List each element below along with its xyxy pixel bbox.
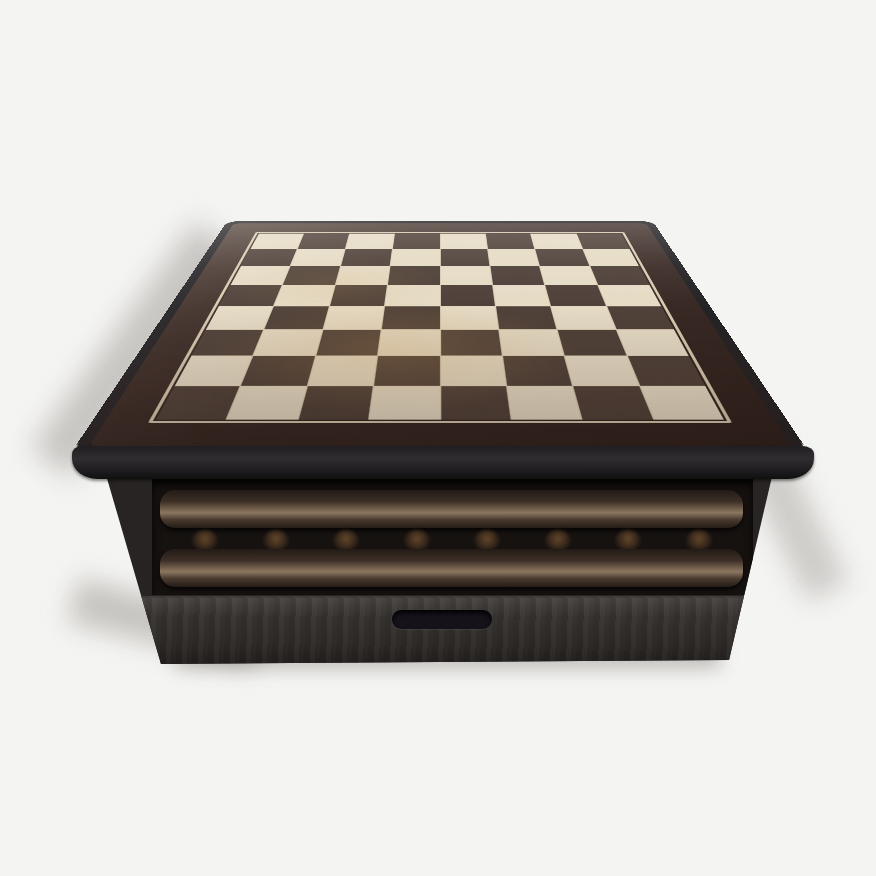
square-d2 bbox=[374, 356, 439, 385]
square-g3 bbox=[558, 330, 626, 356]
square-b4 bbox=[265, 306, 329, 329]
storage-recess bbox=[152, 477, 753, 595]
square-a5 bbox=[219, 285, 282, 306]
square-c2 bbox=[308, 356, 377, 385]
square-f4 bbox=[496, 306, 557, 329]
square-g8 bbox=[531, 234, 582, 249]
square-f1 bbox=[507, 386, 582, 420]
square-c1 bbox=[298, 386, 373, 420]
square-a3 bbox=[192, 330, 264, 356]
square-g6 bbox=[540, 266, 597, 285]
square-a4 bbox=[206, 306, 273, 329]
square-e1 bbox=[441, 386, 511, 420]
square-f6 bbox=[490, 266, 544, 285]
square-e7 bbox=[440, 249, 489, 266]
square-d8 bbox=[393, 234, 440, 249]
square-g7 bbox=[535, 249, 589, 266]
square-c6 bbox=[336, 266, 390, 285]
square-e2 bbox=[441, 356, 506, 385]
square-a6 bbox=[231, 266, 290, 285]
square-c5 bbox=[330, 285, 387, 306]
chess-box-photo bbox=[0, 0, 876, 876]
square-d1 bbox=[370, 386, 440, 420]
square-e5 bbox=[440, 285, 494, 306]
square-e8 bbox=[440, 234, 487, 249]
square-g2 bbox=[565, 356, 638, 385]
game-tray-2 bbox=[160, 549, 743, 587]
board-lid bbox=[70, 221, 810, 454]
square-b6 bbox=[283, 266, 340, 285]
square-h6 bbox=[590, 266, 649, 285]
square-d6 bbox=[388, 266, 440, 285]
square-d7 bbox=[391, 249, 440, 266]
square-g1 bbox=[574, 386, 653, 420]
square-d4 bbox=[382, 306, 440, 329]
square-f5 bbox=[493, 285, 550, 306]
square-d3 bbox=[378, 330, 439, 356]
square-b3 bbox=[254, 330, 322, 356]
square-a8 bbox=[251, 234, 304, 249]
square-e4 bbox=[441, 306, 499, 329]
square-a7 bbox=[241, 249, 297, 266]
square-h7 bbox=[583, 249, 639, 266]
square-c7 bbox=[341, 249, 392, 266]
square-g5 bbox=[545, 285, 605, 306]
square-f3 bbox=[499, 330, 564, 356]
square-f7 bbox=[488, 249, 539, 266]
square-h8 bbox=[576, 234, 629, 249]
drawer-handle-cutout bbox=[392, 610, 492, 629]
square-c3 bbox=[316, 330, 381, 356]
square-b1 bbox=[227, 386, 306, 420]
square-d5 bbox=[385, 285, 439, 306]
square-b5 bbox=[274, 285, 334, 306]
game-tray-1 bbox=[160, 490, 743, 528]
square-b8 bbox=[298, 234, 349, 249]
square-f8 bbox=[486, 234, 535, 249]
lid-front-edge bbox=[72, 446, 814, 479]
drawer-front bbox=[104, 596, 774, 668]
square-b7 bbox=[291, 249, 345, 266]
square-c4 bbox=[323, 306, 384, 329]
square-b2 bbox=[241, 356, 314, 385]
square-e6 bbox=[440, 266, 492, 285]
square-e3 bbox=[441, 330, 502, 356]
square-c8 bbox=[346, 234, 395, 249]
square-f2 bbox=[503, 356, 572, 385]
square-h5 bbox=[598, 285, 661, 306]
square-g4 bbox=[551, 306, 615, 329]
